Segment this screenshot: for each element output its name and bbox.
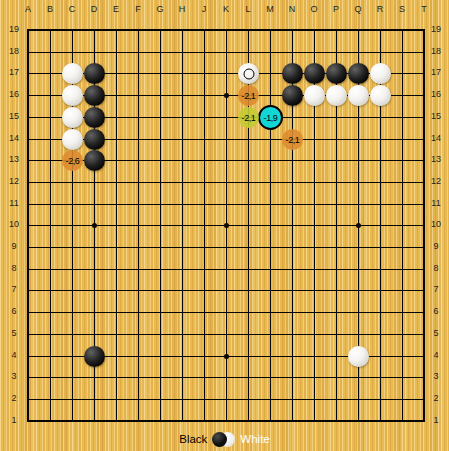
black-stone-icon	[212, 432, 227, 447]
black-stone-D17[interactable]	[84, 63, 105, 84]
turn-indicator: Black White	[0, 429, 449, 449]
column-label-O: O	[310, 4, 317, 14]
black-stone-P17[interactable]	[326, 63, 347, 84]
column-label-A: A	[25, 4, 31, 14]
star-point-K10	[224, 223, 229, 228]
grid-line-vertical	[182, 30, 183, 422]
row-label-right-14: 14	[431, 133, 441, 143]
row-label-left-9: 9	[11, 241, 16, 251]
column-label-N: N	[289, 4, 296, 14]
row-label-right-8: 8	[433, 263, 438, 273]
black-stone-Q17[interactable]	[348, 63, 369, 84]
go-board-app: Black White ABCDEFGHJKLMNOPQRST191918181…	[0, 0, 449, 451]
column-label-T: T	[421, 4, 427, 14]
row-label-right-18: 18	[431, 46, 441, 56]
row-label-right-7: 7	[433, 284, 438, 294]
row-label-right-19: 19	[431, 24, 441, 34]
suggestion-L16[interactable]: -2,1	[238, 85, 259, 106]
black-stone-D16[interactable]	[84, 85, 105, 106]
grid-line-vertical	[27, 30, 29, 422]
black-turn-label: Black	[179, 433, 207, 445]
row-label-left-18: 18	[9, 46, 19, 56]
suggestion-M15[interactable]: -1,9	[258, 105, 283, 130]
grid-line-horizontal	[27, 334, 425, 335]
row-label-left-3: 3	[11, 371, 16, 381]
row-label-right-2: 2	[433, 393, 438, 403]
row-label-left-10: 10	[9, 219, 19, 229]
star-point-D10	[92, 223, 97, 228]
black-stone-D14[interactable]	[84, 129, 105, 150]
black-stone-O17[interactable]	[304, 63, 325, 84]
star-point-K4	[224, 354, 229, 359]
white-stone-O16[interactable]	[304, 85, 325, 106]
row-label-left-14: 14	[9, 133, 19, 143]
grid-line-vertical	[423, 30, 425, 422]
turn-stone-icon[interactable]	[212, 432, 235, 447]
last-move-marker	[243, 68, 254, 79]
white-stone-C16[interactable]	[62, 85, 83, 106]
white-stone-R16[interactable]	[370, 85, 391, 106]
row-label-right-3: 3	[433, 371, 438, 381]
suggestion-C13[interactable]: -2,6	[62, 150, 83, 171]
black-stone-D15[interactable]	[84, 107, 105, 128]
grid-line-vertical	[116, 30, 117, 422]
row-label-right-9: 9	[433, 241, 438, 251]
column-label-M: M	[266, 4, 274, 14]
row-label-left-1: 1	[11, 415, 16, 425]
white-stone-P16[interactable]	[326, 85, 347, 106]
white-stone-C14[interactable]	[62, 129, 83, 150]
row-label-left-11: 11	[9, 198, 18, 208]
column-label-L: L	[245, 4, 250, 14]
grid-line-vertical	[160, 30, 161, 422]
column-label-P: P	[333, 4, 339, 14]
white-stone-C15[interactable]	[62, 107, 83, 128]
column-label-R: R	[377, 4, 384, 14]
row-label-right-12: 12	[431, 176, 441, 186]
star-point-K16	[224, 93, 229, 98]
column-label-F: F	[135, 4, 141, 14]
grid-line-vertical	[138, 30, 139, 422]
white-stone-L17[interactable]	[238, 63, 259, 84]
grid-line-vertical	[204, 30, 205, 422]
suggestion-L15[interactable]: -2,1	[238, 107, 259, 128]
grid-line-vertical	[270, 30, 271, 422]
row-label-left-12: 12	[9, 176, 19, 186]
grid-line-horizontal	[27, 312, 425, 313]
black-stone-N16[interactable]	[282, 85, 303, 106]
row-label-left-4: 4	[11, 350, 16, 360]
column-label-K: K	[223, 4, 229, 14]
grid-line-horizontal	[27, 182, 425, 183]
black-stone-N17[interactable]	[282, 63, 303, 84]
row-label-right-13: 13	[431, 154, 441, 164]
white-stone-Q16[interactable]	[348, 85, 369, 106]
grid-line-horizontal	[27, 204, 425, 205]
grid-line-vertical	[402, 30, 403, 422]
row-label-left-8: 8	[11, 263, 16, 273]
row-label-right-17: 17	[431, 67, 441, 77]
row-label-left-7: 7	[11, 284, 16, 294]
white-turn-label: White	[240, 433, 269, 445]
column-label-D: D	[91, 4, 98, 14]
row-label-right-6: 6	[433, 306, 438, 316]
row-label-right-11: 11	[431, 198, 440, 208]
grid-line-horizontal	[27, 420, 425, 422]
column-label-H: H	[179, 4, 186, 14]
column-label-J: J	[202, 4, 207, 14]
row-label-right-4: 4	[433, 350, 438, 360]
suggestion-N14[interactable]: -2,1	[282, 129, 303, 150]
row-label-left-17: 17	[9, 67, 19, 77]
row-label-left-5: 5	[11, 328, 16, 338]
grid-line-horizontal	[27, 29, 425, 31]
row-label-left-19: 19	[9, 24, 19, 34]
grid-line-horizontal	[27, 52, 425, 53]
white-stone-C17[interactable]	[62, 63, 83, 84]
row-label-right-1: 1	[433, 415, 438, 425]
row-label-right-10: 10	[431, 219, 441, 229]
grid-line-horizontal	[27, 247, 425, 248]
column-label-Q: Q	[354, 4, 361, 14]
grid-line-horizontal	[27, 399, 425, 400]
star-point-Q10	[356, 223, 361, 228]
grid-line-vertical	[50, 30, 51, 422]
row-label-right-5: 5	[433, 328, 438, 338]
grid-line-horizontal	[27, 290, 425, 291]
row-label-left-16: 16	[9, 89, 19, 99]
black-stone-D4[interactable]	[84, 346, 105, 367]
row-label-left-6: 6	[11, 306, 16, 316]
black-stone-D13[interactable]	[84, 150, 105, 171]
column-label-S: S	[399, 4, 405, 14]
grid-line-horizontal	[27, 269, 425, 270]
white-stone-Q4[interactable]	[348, 346, 369, 367]
row-label-left-13: 13	[9, 154, 19, 164]
column-label-C: C	[69, 4, 76, 14]
white-stone-R17[interactable]	[370, 63, 391, 84]
column-label-B: B	[47, 4, 53, 14]
grid-line-horizontal	[27, 377, 425, 378]
row-label-right-15: 15	[431, 111, 441, 121]
column-label-E: E	[113, 4, 119, 14]
row-label-left-2: 2	[11, 393, 16, 403]
row-label-right-16: 16	[431, 89, 441, 99]
column-label-G: G	[156, 4, 163, 14]
row-label-left-15: 15	[9, 111, 19, 121]
